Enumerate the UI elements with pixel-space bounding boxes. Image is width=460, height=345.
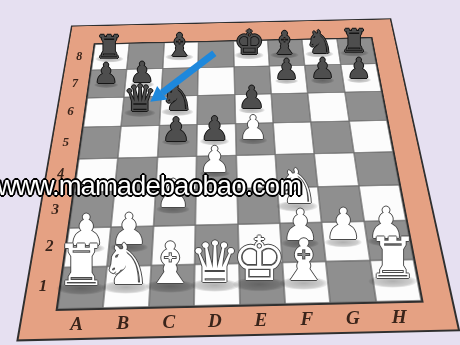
square-d5 (197, 124, 236, 156)
square-e6 (234, 94, 273, 124)
square-h1 (370, 259, 422, 302)
square-b6 (121, 96, 161, 126)
square-g1 (326, 260, 376, 303)
square-c7 (161, 68, 198, 96)
square-f7 (269, 65, 308, 93)
square-e8 (233, 40, 269, 67)
chess-illustration: ABCDEFGH87654321 ♜♝♚♝♞♜♟♟♟♟♟♛♞♟♟♟♟♟♟♞♟♟♟… (0, 0, 460, 345)
square-d7 (198, 67, 235, 95)
square-a2 (64, 227, 112, 267)
square-b7 (124, 69, 162, 97)
square-e7 (234, 66, 271, 94)
square-d8 (198, 41, 234, 68)
square-a7 (88, 69, 127, 97)
square-c6 (159, 95, 197, 125)
square-c1 (149, 264, 195, 307)
square-c2 (151, 225, 195, 265)
square-c5 (157, 125, 197, 157)
square-h5 (349, 120, 393, 152)
square-h7 (340, 64, 381, 92)
square-e1 (239, 262, 285, 305)
square-b2 (107, 226, 153, 266)
square-b1 (103, 265, 151, 308)
square-h6 (345, 91, 387, 121)
square-h2 (364, 221, 413, 261)
square-f5 (273, 122, 314, 154)
square-g2 (322, 222, 370, 262)
square-e2 (238, 223, 283, 263)
square-h8 (337, 38, 376, 65)
square-e5 (235, 123, 275, 155)
square-d2 (195, 224, 239, 264)
square-d6 (197, 95, 235, 125)
square-b8 (127, 43, 164, 70)
square-c8 (163, 42, 199, 69)
square-d1 (194, 263, 239, 306)
square-g7 (305, 65, 345, 93)
square-b5 (118, 126, 159, 158)
square-a8 (91, 44, 129, 71)
square-a5 (79, 126, 121, 158)
square-a1 (58, 266, 108, 309)
square-g8 (302, 39, 340, 66)
square-g6 (308, 92, 349, 122)
square-f1 (282, 261, 330, 304)
square-f6 (271, 93, 311, 123)
square-g5 (311, 121, 354, 153)
square-f8 (268, 40, 305, 67)
square-a6 (83, 97, 124, 127)
square-f2 (280, 223, 326, 263)
watermark: www.mamadebaobao.com (0, 170, 457, 202)
